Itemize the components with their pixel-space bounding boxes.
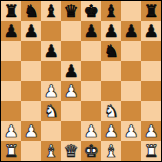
- square-e4[interactable]: [81, 81, 101, 101]
- black-rook[interactable]: ♜: [143, 1, 158, 21]
- square-a1[interactable]: ♜: [1, 141, 21, 161]
- square-g6[interactable]: [121, 41, 141, 61]
- square-e7[interactable]: ♟: [81, 21, 101, 41]
- square-d6[interactable]: [61, 41, 81, 61]
- white-pawn[interactable]: ♟: [3, 121, 18, 141]
- square-f5[interactable]: [101, 61, 121, 81]
- square-b7[interactable]: ♟: [21, 21, 41, 41]
- white-knight[interactable]: ♞: [43, 101, 58, 121]
- white-knight[interactable]: ♞: [103, 101, 118, 121]
- square-a5[interactable]: [1, 61, 21, 81]
- black-bishop[interactable]: ♝: [43, 1, 58, 21]
- square-h6[interactable]: [141, 41, 161, 61]
- black-rook[interactable]: ♜: [3, 1, 18, 21]
- square-e6[interactable]: [81, 41, 101, 61]
- square-b5[interactable]: [21, 61, 41, 81]
- square-g1[interactable]: [121, 141, 141, 161]
- square-e1[interactable]: ♚: [81, 141, 101, 161]
- black-pawn[interactable]: ♟: [23, 21, 38, 41]
- square-d8[interactable]: ♛: [61, 1, 81, 21]
- square-d4[interactable]: ♟: [61, 81, 81, 101]
- square-d7[interactable]: [61, 21, 81, 41]
- black-pawn[interactable]: ♟: [123, 21, 138, 41]
- square-c4[interactable]: ♟: [41, 81, 61, 101]
- square-e2[interactable]: ♟: [81, 121, 101, 141]
- square-a4[interactable]: [1, 81, 21, 101]
- black-pawn[interactable]: ♟: [143, 21, 158, 41]
- square-f2[interactable]: ♟: [101, 121, 121, 141]
- white-pawn[interactable]: ♟: [23, 121, 38, 141]
- square-g5[interactable]: [121, 61, 141, 81]
- square-h1[interactable]: ♜: [141, 141, 161, 161]
- square-b2[interactable]: ♟: [21, 121, 41, 141]
- square-f8[interactable]: ♝: [101, 1, 121, 21]
- square-c6[interactable]: ♟: [41, 41, 61, 61]
- square-c5[interactable]: [41, 61, 61, 81]
- square-e5[interactable]: [81, 61, 101, 81]
- square-h3[interactable]: [141, 101, 161, 121]
- white-king[interactable]: ♚: [83, 141, 98, 161]
- square-h2[interactable]: ♟: [141, 121, 161, 141]
- white-pawn[interactable]: ♟: [143, 121, 158, 141]
- square-d3[interactable]: [61, 101, 81, 121]
- square-h7[interactable]: ♟: [141, 21, 161, 41]
- square-f1[interactable]: ♝: [101, 141, 121, 161]
- square-g3[interactable]: [121, 101, 141, 121]
- square-a6[interactable]: [1, 41, 21, 61]
- square-g8[interactable]: [121, 1, 141, 21]
- square-f7[interactable]: ♟: [101, 21, 121, 41]
- black-knight[interactable]: ♞: [103, 41, 118, 61]
- white-pawn[interactable]: ♟: [123, 121, 138, 141]
- white-pawn[interactable]: ♟: [103, 121, 118, 141]
- square-h8[interactable]: ♜: [141, 1, 161, 21]
- black-pawn[interactable]: ♟: [3, 21, 18, 41]
- black-king[interactable]: ♚: [83, 1, 98, 21]
- white-pawn[interactable]: ♟: [83, 121, 98, 141]
- square-c8[interactable]: ♝: [41, 1, 61, 21]
- square-e8[interactable]: ♚: [81, 1, 101, 21]
- square-g4[interactable]: [121, 81, 141, 101]
- chess-board-frame: ♜♞♝♛♚♝♜♟♟♟♟♟♟♟♞♟♟♟♞♞♟♟♟♟♟♟♜♝♛♚♝♜: [0, 0, 162, 162]
- square-a8[interactable]: ♜: [1, 1, 21, 21]
- white-rook[interactable]: ♜: [143, 141, 158, 161]
- square-f6[interactable]: ♞: [101, 41, 121, 61]
- square-a2[interactable]: ♟: [1, 121, 21, 141]
- square-d5[interactable]: ♟: [61, 61, 81, 81]
- black-queen[interactable]: ♛: [63, 1, 78, 21]
- white-bishop[interactable]: ♝: [43, 141, 58, 161]
- square-f3[interactable]: ♞: [101, 101, 121, 121]
- square-b6[interactable]: [21, 41, 41, 61]
- square-a7[interactable]: ♟: [1, 21, 21, 41]
- white-queen[interactable]: ♛: [63, 141, 78, 161]
- black-knight[interactable]: ♞: [23, 1, 38, 21]
- square-b8[interactable]: ♞: [21, 1, 41, 21]
- white-pawn[interactable]: ♟: [63, 81, 78, 101]
- square-a3[interactable]: [1, 101, 21, 121]
- square-g2[interactable]: ♟: [121, 121, 141, 141]
- white-rook[interactable]: ♜: [3, 141, 18, 161]
- square-b3[interactable]: [21, 101, 41, 121]
- square-f4[interactable]: [101, 81, 121, 101]
- black-pawn[interactable]: ♟: [63, 61, 78, 81]
- square-c7[interactable]: [41, 21, 61, 41]
- square-e3[interactable]: [81, 101, 101, 121]
- white-bishop[interactable]: ♝: [103, 141, 118, 161]
- square-c1[interactable]: ♝: [41, 141, 61, 161]
- square-h4[interactable]: [141, 81, 161, 101]
- square-g7[interactable]: ♟: [121, 21, 141, 41]
- chess-board: ♜♞♝♛♚♝♜♟♟♟♟♟♟♟♞♟♟♟♞♞♟♟♟♟♟♟♜♝♛♚♝♜: [1, 1, 161, 161]
- square-b4[interactable]: [21, 81, 41, 101]
- square-c3[interactable]: ♞: [41, 101, 61, 121]
- square-d1[interactable]: ♛: [61, 141, 81, 161]
- white-pawn[interactable]: ♟: [43, 81, 58, 101]
- black-pawn[interactable]: ♟: [43, 41, 58, 61]
- square-b1[interactable]: [21, 141, 41, 161]
- square-d2[interactable]: [61, 121, 81, 141]
- black-bishop[interactable]: ♝: [103, 1, 118, 21]
- black-pawn[interactable]: ♟: [103, 21, 118, 41]
- black-pawn[interactable]: ♟: [83, 21, 98, 41]
- square-c2[interactable]: [41, 121, 61, 141]
- square-h5[interactable]: [141, 61, 161, 81]
